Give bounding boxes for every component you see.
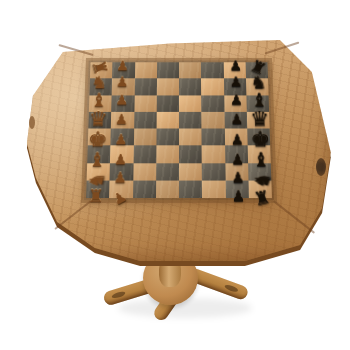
black-pawn-piece: ♟ [231, 171, 245, 185]
wood-knot [316, 158, 326, 176]
white-king-piece: ♚ [88, 129, 108, 150]
white-pawn-piece: ♟ [114, 133, 127, 147]
white-bishop-piece: ♝ [88, 150, 106, 169]
black-pawn-piece: ♟ [229, 59, 242, 72]
black-pawn-piece: ♟ [230, 93, 243, 107]
black-pawn-piece: ♟ [230, 133, 243, 147]
white-pawn-piece: ♟ [113, 171, 127, 185]
black-pawn-piece: ♟ [231, 189, 245, 204]
white-pawn-piece: ♟ [115, 76, 128, 89]
white-queen-piece: ♛ [88, 109, 108, 129]
black-pawn-piece: ♟ [230, 112, 243, 126]
black-king-piece: ♚ [250, 129, 270, 150]
white-rook-piece: ♜ [88, 187, 105, 205]
white-pawn-piece: ♟ [110, 188, 129, 207]
black-queen-piece: ♛ [250, 109, 270, 129]
white-pawn-piece: ♟ [115, 112, 128, 126]
chess-table-photo: ♜♟♟♜♞♟♟♞♝♟♟♝♛♟♟♛♚♟♟♚♝♟♟♝♞♟♟♞♜♟♟♜ [0, 0, 350, 350]
wood-notch [29, 116, 35, 129]
white-pawn-piece: ♟ [115, 93, 128, 107]
black-pawn-piece: ♟ [229, 76, 242, 89]
white-pawn-piece: ♟ [116, 59, 129, 72]
board-pieces: ♜♟♟♜♞♟♟♞♝♟♟♝♛♟♟♛♚♟♟♚♝♟♟♝♞♟♟♞♜♟♟♜ [84, 61, 274, 200]
chess-board: ♜♟♟♜♞♟♟♞♝♟♟♝♛♟♟♛♚♟♟♚♝♟♟♝♞♟♟♞♜♟♟♜ [84, 61, 274, 200]
black-bishop-piece: ♝ [252, 150, 270, 169]
white-pawn-piece: ♟ [114, 152, 128, 166]
black-pawn-piece: ♟ [231, 152, 245, 166]
floor-shadow [118, 298, 252, 318]
